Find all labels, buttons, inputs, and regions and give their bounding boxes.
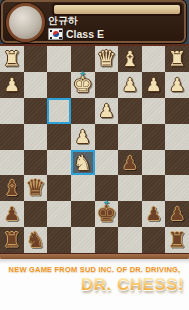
square-c3[interactable] — [118, 98, 142, 124]
taegeuk-icon — [53, 31, 59, 37]
square-a3[interactable] — [165, 98, 189, 124]
square-b6[interactable] — [142, 175, 166, 201]
square-c4[interactable] — [118, 124, 142, 150]
square-c6[interactable] — [118, 175, 142, 201]
square-d1[interactable]: ♛ — [95, 46, 119, 72]
square-a6[interactable] — [165, 175, 189, 201]
square-b7[interactable]: ♟ — [142, 201, 166, 227]
square-e2[interactable]: ♚+ — [71, 72, 95, 98]
square-c2[interactable]: ♟ — [118, 72, 142, 98]
square-g7[interactable] — [24, 201, 48, 227]
square-c7[interactable] — [118, 201, 142, 227]
chess-board[interactable]: ♜♛♝♜♟♚+♟♟♟♟♟♞♟♝♛♟♚+♟♟♜♞♜ — [0, 44, 189, 253]
square-g5[interactable] — [24, 150, 48, 176]
square-f8[interactable] — [47, 227, 71, 253]
square-d5[interactable] — [95, 150, 119, 176]
white-rook-a1[interactable]: ♜ — [165, 46, 189, 72]
promo-banner: NEW GAME FROM SUD INC. OF DR. DRIVING, D… — [0, 259, 189, 310]
square-h6[interactable]: ♝ — [0, 175, 24, 201]
black-pawn-c5[interactable]: ♟ — [118, 150, 142, 176]
white-pawn-e4[interactable]: ♟ — [71, 124, 95, 150]
black-pawn-a7[interactable]: ♟ — [165, 201, 189, 227]
square-g2[interactable] — [24, 72, 48, 98]
top-section: 안규하 Class E — [0, 0, 189, 46]
square-f6[interactable] — [47, 175, 71, 201]
king-cross-icon: + — [71, 70, 95, 79]
white-pawn-h2[interactable]: ♟ — [0, 72, 24, 98]
square-a5[interactable] — [165, 150, 189, 176]
app-screen: 안규하 Class E ♜♛♝♜♟♚+♟♟♟♟♟♞♟♝♛♟♚+♟♟♜♞♜ NEW… — [0, 0, 189, 310]
white-rook-h1[interactable]: ♜ — [0, 46, 24, 72]
square-f7[interactable] — [47, 201, 71, 227]
square-f5[interactable] — [47, 150, 71, 176]
black-bishop-h6[interactable]: ♝ — [0, 175, 24, 201]
opponent-panel: 안규하 Class E — [1, 0, 186, 43]
black-pawn-h7[interactable]: ♟ — [0, 201, 24, 227]
black-rook-a8[interactable]: ♜ — [165, 227, 189, 253]
opponent-avatar[interactable] — [6, 3, 45, 42]
square-h4[interactable] — [0, 124, 24, 150]
square-e1[interactable] — [71, 46, 95, 72]
white-king-e2[interactable]: ♚+ — [71, 72, 95, 98]
square-d3[interactable]: ♟ — [95, 98, 119, 124]
square-d8[interactable] — [95, 227, 119, 253]
white-pawn-d3[interactable]: ♟ — [95, 98, 119, 124]
square-h2[interactable]: ♟ — [0, 72, 24, 98]
square-e3[interactable] — [71, 98, 95, 124]
king-cross-icon: + — [95, 199, 119, 208]
black-king-d7[interactable]: ♚+ — [95, 201, 119, 227]
square-d7[interactable]: ♚+ — [95, 201, 119, 227]
black-knight-g8[interactable]: ♞ — [24, 227, 48, 253]
square-f2[interactable] — [47, 72, 71, 98]
square-b2[interactable]: ♟ — [142, 72, 166, 98]
square-f1[interactable] — [47, 46, 71, 72]
square-g8[interactable]: ♞ — [24, 227, 48, 253]
square-h3[interactable] — [0, 98, 24, 124]
square-a8[interactable]: ♜ — [165, 227, 189, 253]
app-title: DR. CHESS! — [81, 275, 184, 295]
square-a4[interactable] — [165, 124, 189, 150]
square-h7[interactable]: ♟ — [0, 201, 24, 227]
square-g3[interactable] — [24, 98, 48, 124]
white-bishop-c1[interactable]: ♝ — [118, 46, 142, 72]
square-d4[interactable] — [95, 124, 119, 150]
square-b3[interactable] — [142, 98, 166, 124]
black-rook-h8[interactable]: ♜ — [0, 227, 24, 253]
square-e6[interactable] — [71, 175, 95, 201]
square-f4[interactable] — [47, 124, 71, 150]
square-g1[interactable] — [24, 46, 48, 72]
black-pawn-b7[interactable]: ♟ — [142, 201, 166, 227]
korea-flag-icon — [48, 28, 63, 40]
square-e4[interactable]: ♟ — [71, 124, 95, 150]
square-h1[interactable]: ♜ — [0, 46, 24, 72]
square-b5[interactable] — [142, 150, 166, 176]
square-e7[interactable] — [71, 201, 95, 227]
black-queen-g6[interactable]: ♛ — [24, 175, 48, 201]
square-c5[interactable]: ♟ — [118, 150, 142, 176]
opponent-flag-row: Class E — [48, 28, 104, 40]
square-a2[interactable]: ♟ — [165, 72, 189, 98]
white-pawn-c2[interactable]: ♟ — [118, 72, 142, 98]
square-e5[interactable]: ♞ — [71, 150, 95, 176]
opponent-name: 안규하 — [48, 14, 78, 28]
square-c1[interactable]: ♝ — [118, 46, 142, 72]
square-b1[interactable] — [142, 46, 166, 72]
square-d2[interactable] — [95, 72, 119, 98]
square-g4[interactable] — [24, 124, 48, 150]
square-a1[interactable]: ♜ — [165, 46, 189, 72]
square-f3[interactable] — [47, 98, 71, 124]
square-b8[interactable] — [142, 227, 166, 253]
opponent-class: Class E — [66, 28, 104, 40]
promo-text: NEW GAME FROM SUD INC. OF DR. DRIVING, — [0, 265, 189, 274]
square-h8[interactable]: ♜ — [0, 227, 24, 253]
square-g6[interactable]: ♛ — [24, 175, 48, 201]
square-a7[interactable]: ♟ — [165, 201, 189, 227]
square-c8[interactable] — [118, 227, 142, 253]
white-pawn-b2[interactable]: ♟ — [142, 72, 166, 98]
white-pawn-a2[interactable]: ♟ — [165, 72, 189, 98]
white-queen-d1[interactable]: ♛ — [95, 46, 119, 72]
square-b4[interactable] — [142, 124, 166, 150]
square-e8[interactable] — [71, 227, 95, 253]
white-knight-e5[interactable]: ♞ — [71, 150, 95, 176]
square-h5[interactable] — [0, 150, 24, 176]
